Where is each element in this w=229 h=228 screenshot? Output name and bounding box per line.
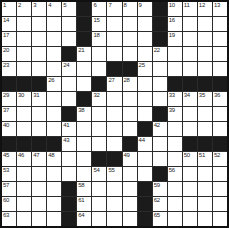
white-cell-r14c7[interactable] — [92, 197, 106, 211]
white-cell-r5c6[interactable] — [77, 62, 91, 76]
white-cell-r2c10[interactable] — [138, 17, 152, 31]
white-cell-r15c14[interactable] — [198, 212, 212, 226]
white-cell-r4c15[interactable] — [213, 47, 227, 61]
white-cell-r4c2[interactable] — [17, 47, 31, 61]
clue-number: 31 — [33, 92, 39, 99]
white-cell-r12c7[interactable]: 54 — [92, 167, 106, 181]
white-cell-r9c14[interactable] — [198, 122, 212, 136]
white-cell-r6c10[interactable] — [138, 77, 152, 91]
white-cell-r13c6[interactable]: 58 — [77, 182, 91, 196]
white-cell-r6c4[interactable]: 26 — [47, 77, 61, 91]
black-cell-r1c6 — [77, 2, 91, 16]
clue-number: 39 — [169, 107, 175, 114]
crossword-grid: 1234567891011121314151617181920212223242… — [0, 0, 229, 228]
clue-number: 10 — [169, 2, 175, 9]
white-cell-r5c4[interactable] — [47, 62, 61, 76]
clue-number: 1 — [3, 2, 6, 9]
black-cell-r6c7 — [92, 77, 106, 91]
clue-number: 9 — [139, 2, 142, 9]
white-cell-r4c11[interactable]: 22 — [153, 47, 167, 61]
white-cell-r5c12[interactable] — [168, 62, 182, 76]
clue-number: 64 — [78, 212, 84, 219]
white-cell-r9c13[interactable] — [183, 122, 197, 136]
white-cell-r12c3[interactable] — [32, 167, 46, 181]
white-cell-r12c2[interactable] — [17, 167, 31, 181]
clue-number: 23 — [3, 62, 9, 69]
white-cell-r12c1[interactable]: 53 — [2, 167, 16, 181]
white-cell-r3c14[interactable] — [198, 32, 212, 46]
white-cell-r9c5[interactable]: 41 — [62, 122, 76, 136]
black-cell-r8c11 — [153, 107, 167, 121]
white-cell-r8c1[interactable]: 37 — [2, 107, 16, 121]
white-cell-r10c7[interactable] — [92, 137, 106, 151]
white-cell-r14c6[interactable]: 61 — [77, 197, 91, 211]
white-cell-r7c13[interactable]: 34 — [183, 92, 197, 106]
white-cell-r10c11[interactable] — [153, 137, 167, 151]
black-cell-r6c2 — [17, 77, 31, 91]
clue-number: 14 — [3, 17, 9, 24]
white-cell-r13c11[interactable]: 59 — [153, 182, 167, 196]
white-cell-r8c2[interactable] — [17, 107, 31, 121]
white-cell-r4c8[interactable] — [107, 47, 121, 61]
white-cell-r6c8[interactable]: 27 — [107, 77, 121, 91]
black-cell-r13c10 — [138, 182, 152, 196]
white-cell-r9c2[interactable] — [17, 122, 31, 136]
black-cell-r3c6 — [77, 32, 91, 46]
white-cell-r4c7[interactable] — [92, 47, 106, 61]
black-cell-r6c3 — [32, 77, 46, 91]
white-cell-r5c5[interactable]: 24 — [62, 62, 76, 76]
white-cell-r14c4[interactable] — [47, 197, 61, 211]
clue-number: 8 — [124, 2, 127, 9]
white-cell-r2c9[interactable] — [123, 17, 137, 31]
clue-number: 40 — [3, 122, 9, 129]
white-cell-r3c15[interactable] — [213, 32, 227, 46]
white-cell-r1c4[interactable]: 4 — [47, 2, 61, 16]
white-cell-r8c12[interactable]: 39 — [168, 107, 182, 121]
white-cell-r4c14[interactable] — [198, 47, 212, 61]
white-cell-r2c14[interactable] — [198, 17, 212, 31]
white-cell-r14c13[interactable] — [183, 197, 197, 211]
white-cell-r5c10[interactable]: 25 — [138, 62, 152, 76]
white-cell-r5c7[interactable] — [92, 62, 106, 76]
black-cell-r9c10 — [138, 122, 152, 136]
white-cell-r13c3[interactable] — [32, 182, 46, 196]
white-cell-r11c6[interactable] — [77, 152, 91, 166]
clue-number: 12 — [199, 2, 205, 9]
white-cell-r8c4[interactable] — [47, 107, 61, 121]
clue-number: 20 — [3, 47, 9, 54]
clue-number: 53 — [3, 167, 9, 174]
black-cell-r4c5 — [62, 47, 76, 61]
clue-number: 32 — [93, 92, 99, 99]
white-cell-r11c10[interactable] — [138, 152, 152, 166]
black-cell-r1c11 — [153, 2, 167, 16]
clue-number: 65 — [154, 212, 160, 219]
white-cell-r10c10[interactable]: 44 — [138, 137, 152, 151]
black-cell-r14c10 — [138, 197, 152, 211]
black-cell-r15c5 — [62, 212, 76, 226]
clue-number: 37 — [3, 107, 9, 114]
white-cell-r12c5[interactable] — [62, 167, 76, 181]
white-cell-r12c10[interactable] — [138, 167, 152, 181]
black-cell-r6c13 — [183, 77, 197, 91]
white-cell-r7c1[interactable]: 29 — [2, 92, 16, 106]
white-cell-r9c7[interactable] — [92, 122, 106, 136]
clue-number: 52 — [214, 152, 220, 159]
white-cell-r8c6[interactable]: 38 — [77, 107, 91, 121]
white-cell-r1c5[interactable]: 5 — [62, 2, 76, 16]
white-cell-r12c13[interactable] — [183, 167, 197, 181]
white-cell-r9c11[interactable]: 42 — [153, 122, 167, 136]
clue-number: 48 — [48, 152, 54, 159]
white-cell-r8c15[interactable] — [213, 107, 227, 121]
white-cell-r7c12[interactable]: 33 — [168, 92, 182, 106]
clue-number: 26 — [48, 77, 54, 84]
clue-number: 15 — [93, 17, 99, 24]
clue-number: 44 — [139, 137, 145, 144]
white-cell-r3c12[interactable]: 19 — [168, 32, 182, 46]
white-cell-r13c13[interactable] — [183, 182, 197, 196]
white-cell-r9c4[interactable] — [47, 122, 61, 136]
black-cell-r10c4 — [47, 137, 61, 151]
white-cell-r1c7[interactable]: 6 — [92, 2, 106, 16]
white-cell-r2c13[interactable] — [183, 17, 197, 31]
white-cell-r13c9[interactable] — [123, 182, 137, 196]
white-cell-r3c10[interactable] — [138, 32, 152, 46]
white-cell-r14c15[interactable] — [213, 197, 227, 211]
white-cell-r11c3[interactable]: 47 — [32, 152, 46, 166]
clue-number: 42 — [154, 122, 160, 129]
white-cell-r7c3[interactable]: 31 — [32, 92, 46, 106]
white-cell-r1c10[interactable]: 9 — [138, 2, 152, 16]
black-cell-r12c11 — [153, 167, 167, 181]
white-cell-r3c2[interactable] — [17, 32, 31, 46]
clue-number: 38 — [78, 107, 84, 114]
white-cell-r1c15[interactable]: 13 — [213, 2, 227, 16]
white-cell-r12c9[interactable] — [123, 167, 137, 181]
clue-number: 56 — [169, 167, 175, 174]
black-cell-r5c8 — [107, 62, 121, 76]
clue-number: 29 — [3, 92, 9, 99]
white-cell-r13c12[interactable] — [168, 182, 182, 196]
white-cell-r9c3[interactable] — [32, 122, 46, 136]
white-cell-r12c6[interactable] — [77, 167, 91, 181]
black-cell-r6c1 — [2, 77, 16, 91]
clue-number: 30 — [18, 92, 24, 99]
clue-number: 54 — [93, 167, 99, 174]
white-cell-r13c15[interactable] — [213, 182, 227, 196]
white-cell-r5c11[interactable] — [153, 62, 167, 76]
clue-number: 2 — [18, 2, 21, 9]
clue-number: 21 — [78, 47, 84, 54]
clue-number: 33 — [169, 92, 175, 99]
white-cell-r11c15[interactable]: 52 — [213, 152, 227, 166]
white-cell-r4c10[interactable] — [138, 47, 152, 61]
white-cell-r10c12[interactable] — [168, 137, 182, 151]
white-cell-r3c5[interactable] — [62, 32, 76, 46]
black-cell-r11c8 — [107, 152, 121, 166]
white-cell-r11c12[interactable] — [168, 152, 182, 166]
white-cell-r1c8[interactable]: 7 — [107, 2, 121, 16]
white-cell-r15c2[interactable] — [17, 212, 31, 226]
clue-number: 25 — [139, 62, 145, 69]
black-cell-r8c5 — [62, 107, 76, 121]
white-cell-r2c15[interactable] — [213, 17, 227, 31]
clue-number: 27 — [108, 77, 114, 84]
black-cell-r10c2 — [17, 137, 31, 151]
black-cell-r6c15 — [213, 77, 227, 91]
clue-number: 5 — [63, 2, 66, 9]
white-cell-r14c9[interactable] — [123, 197, 137, 211]
white-cell-r13c1[interactable]: 57 — [2, 182, 16, 196]
black-cell-r6c14 — [198, 77, 212, 91]
white-cell-r1c13[interactable]: 11 — [183, 2, 197, 16]
white-cell-r3c4[interactable] — [47, 32, 61, 46]
white-cell-r15c15[interactable] — [213, 212, 227, 226]
white-cell-r7c8[interactable] — [107, 92, 121, 106]
white-cell-r12c15[interactable] — [213, 167, 227, 181]
white-cell-r11c2[interactable]: 46 — [17, 152, 31, 166]
white-cell-r15c9[interactable] — [123, 212, 137, 226]
white-cell-r5c1[interactable]: 23 — [2, 62, 16, 76]
white-cell-r8c7[interactable] — [92, 107, 106, 121]
white-cell-r11c14[interactable]: 51 — [198, 152, 212, 166]
white-cell-r9c1[interactable]: 40 — [2, 122, 16, 136]
clue-number: 6 — [93, 2, 96, 9]
white-cell-r7c11[interactable] — [153, 92, 167, 106]
white-cell-r14c12[interactable] — [168, 197, 182, 211]
white-cell-r2c7[interactable]: 15 — [92, 17, 106, 31]
white-cell-r13c4[interactable] — [47, 182, 61, 196]
black-cell-r13c5 — [62, 182, 76, 196]
white-cell-r8c13[interactable] — [183, 107, 197, 121]
black-cell-r10c9 — [123, 137, 137, 151]
clue-number: 24 — [63, 62, 69, 69]
white-cell-r11c1[interactable]: 45 — [2, 152, 16, 166]
clue-number: 16 — [169, 17, 175, 24]
white-cell-r2c4[interactable] — [47, 17, 61, 31]
white-cell-r12c14[interactable] — [198, 167, 212, 181]
clue-number: 63 — [3, 212, 9, 219]
white-cell-r1c9[interactable]: 8 — [123, 2, 137, 16]
white-cell-r4c4[interactable] — [47, 47, 61, 61]
white-cell-r15c8[interactable] — [107, 212, 121, 226]
clue-number: 55 — [108, 167, 114, 174]
white-cell-r5c13[interactable] — [183, 62, 197, 76]
black-cell-r11c7 — [92, 152, 106, 166]
clue-number: 34 — [184, 92, 190, 99]
white-cell-r5c15[interactable] — [213, 62, 227, 76]
white-cell-r4c3[interactable] — [32, 47, 46, 61]
black-cell-r10c15 — [213, 137, 227, 151]
clue-number: 3 — [33, 2, 36, 9]
white-cell-r14c3[interactable] — [32, 197, 46, 211]
white-cell-r14c1[interactable]: 60 — [2, 197, 16, 211]
white-cell-r4c13[interactable] — [183, 47, 197, 61]
white-cell-r12c8[interactable]: 55 — [107, 167, 121, 181]
clue-number: 4 — [48, 2, 51, 9]
white-cell-r5c14[interactable] — [198, 62, 212, 76]
white-cell-r6c11[interactable] — [153, 77, 167, 91]
clue-number: 61 — [78, 197, 84, 204]
white-cell-r6c9[interactable]: 28 — [123, 77, 137, 91]
white-cell-r15c4[interactable] — [47, 212, 61, 226]
white-cell-r15c13[interactable] — [183, 212, 197, 226]
clue-number: 45 — [3, 152, 9, 159]
white-cell-r7c14[interactable]: 35 — [198, 92, 212, 106]
clue-number: 46 — [18, 152, 24, 159]
black-cell-r10c14 — [198, 137, 212, 151]
white-cell-r4c6[interactable]: 21 — [77, 47, 91, 61]
white-cell-r3c7[interactable]: 18 — [92, 32, 106, 46]
white-cell-r15c3[interactable] — [32, 212, 46, 226]
clue-number: 57 — [3, 182, 9, 189]
white-cell-r1c14[interactable]: 12 — [198, 2, 212, 16]
white-cell-r8c14[interactable] — [198, 107, 212, 121]
white-cell-r2c2[interactable] — [17, 17, 31, 31]
clue-number: 49 — [124, 152, 130, 159]
white-cell-r3c3[interactable] — [32, 32, 46, 46]
white-cell-r7c9[interactable] — [123, 92, 137, 106]
white-cell-r11c11[interactable] — [153, 152, 167, 166]
black-cell-r10c1 — [2, 137, 16, 151]
white-cell-r4c9[interactable] — [123, 47, 137, 61]
white-cell-r10c6[interactable] — [77, 137, 91, 151]
black-cell-r10c13 — [183, 137, 197, 151]
clue-number: 35 — [199, 92, 205, 99]
white-cell-r4c12[interactable] — [168, 47, 182, 61]
clue-number: 18 — [93, 32, 99, 39]
white-cell-r6c5[interactable] — [62, 77, 76, 91]
white-cell-r7c15[interactable]: 36 — [213, 92, 227, 106]
clue-number: 28 — [124, 77, 130, 84]
white-cell-r9c6[interactable] — [77, 122, 91, 136]
white-cell-r14c14[interactable] — [198, 197, 212, 211]
clue-number: 58 — [78, 182, 84, 189]
white-cell-r7c2[interactable]: 30 — [17, 92, 31, 106]
black-cell-r7c6 — [77, 92, 91, 106]
white-cell-r12c4[interactable] — [47, 167, 61, 181]
clue-number: 19 — [169, 32, 175, 39]
white-cell-r3c13[interactable] — [183, 32, 197, 46]
white-cell-r9c9[interactable] — [123, 122, 137, 136]
white-cell-r4c1[interactable]: 20 — [2, 47, 16, 61]
clue-number: 36 — [214, 92, 220, 99]
black-cell-r14c5 — [62, 197, 76, 211]
clue-number: 43 — [63, 137, 69, 144]
white-cell-r14c8[interactable] — [107, 197, 121, 211]
white-cell-r13c7[interactable] — [92, 182, 106, 196]
white-cell-r7c5[interactable] — [62, 92, 76, 106]
white-cell-r2c5[interactable] — [62, 17, 76, 31]
white-cell-r12c12[interactable]: 56 — [168, 167, 182, 181]
clue-number: 59 — [154, 182, 160, 189]
black-cell-r2c11 — [153, 17, 167, 31]
black-cell-r2c6 — [77, 17, 91, 31]
white-cell-r2c12[interactable]: 16 — [168, 17, 182, 31]
crossword-puzzle: 1234567891011121314151617181920212223242… — [0, 0, 229, 228]
white-cell-r7c4[interactable] — [47, 92, 61, 106]
clue-number: 11 — [184, 2, 190, 9]
black-cell-r3c11 — [153, 32, 167, 46]
white-cell-r15c11[interactable]: 65 — [153, 212, 167, 226]
white-cell-r8c10[interactable] — [138, 107, 152, 121]
white-cell-r7c10[interactable] — [138, 92, 152, 106]
clue-number: 51 — [199, 152, 205, 159]
white-cell-r1c12[interactable]: 10 — [168, 2, 182, 16]
white-cell-r11c13[interactable]: 50 — [183, 152, 197, 166]
white-cell-r1c3[interactable]: 3 — [32, 2, 46, 16]
white-cell-r15c7[interactable] — [92, 212, 106, 226]
white-cell-r3c8[interactable] — [107, 32, 121, 46]
white-cell-r14c2[interactable] — [17, 197, 31, 211]
white-cell-r10c5[interactable]: 43 — [62, 137, 76, 151]
black-cell-r6c12 — [168, 77, 182, 91]
clue-number: 17 — [3, 32, 9, 39]
clue-number: 62 — [154, 197, 160, 204]
clue-number: 22 — [154, 47, 160, 54]
clue-number: 50 — [184, 152, 190, 159]
white-cell-r11c9[interactable]: 49 — [123, 152, 137, 166]
clue-number: 7 — [108, 2, 111, 9]
white-cell-r3c9[interactable] — [123, 32, 137, 46]
white-cell-r1c2[interactable]: 2 — [17, 2, 31, 16]
clue-number: 47 — [33, 152, 39, 159]
white-cell-r13c8[interactable] — [107, 182, 121, 196]
white-cell-r8c8[interactable] — [107, 107, 121, 121]
white-cell-r9c15[interactable] — [213, 122, 227, 136]
black-cell-r5c9 — [123, 62, 137, 76]
white-cell-r15c1[interactable]: 63 — [2, 212, 16, 226]
white-cell-r9c8[interactable] — [107, 122, 121, 136]
white-cell-r5c3[interactable] — [32, 62, 46, 76]
white-cell-r13c2[interactable] — [17, 182, 31, 196]
white-cell-r11c5[interactable] — [62, 152, 76, 166]
white-cell-r15c12[interactable] — [168, 212, 182, 226]
white-cell-r9c12[interactable] — [168, 122, 182, 136]
white-cell-r1c1[interactable]: 1 — [2, 2, 16, 16]
white-cell-r2c8[interactable] — [107, 17, 121, 31]
clue-number: 41 — [63, 122, 69, 129]
clue-number: 60 — [3, 197, 9, 204]
white-cell-r14c11[interactable]: 62 — [153, 197, 167, 211]
white-cell-r5c2[interactable] — [17, 62, 31, 76]
white-cell-r10c8[interactable] — [107, 137, 121, 151]
clue-number: 13 — [214, 2, 220, 9]
white-cell-r8c9[interactable] — [123, 107, 137, 121]
white-cell-r13c14[interactable] — [198, 182, 212, 196]
white-cell-r11c4[interactable]: 48 — [47, 152, 61, 166]
white-cell-r6c6[interactable] — [77, 77, 91, 91]
white-cell-r2c3[interactable] — [32, 17, 46, 31]
white-cell-r3c1[interactable]: 17 — [2, 32, 16, 46]
white-cell-r2c1[interactable]: 14 — [2, 17, 16, 31]
white-cell-r7c7[interactable]: 32 — [92, 92, 106, 106]
white-cell-r15c6[interactable]: 64 — [77, 212, 91, 226]
white-cell-r8c3[interactable] — [32, 107, 46, 121]
black-cell-r15c10 — [138, 212, 152, 226]
black-cell-r10c3 — [32, 137, 46, 151]
